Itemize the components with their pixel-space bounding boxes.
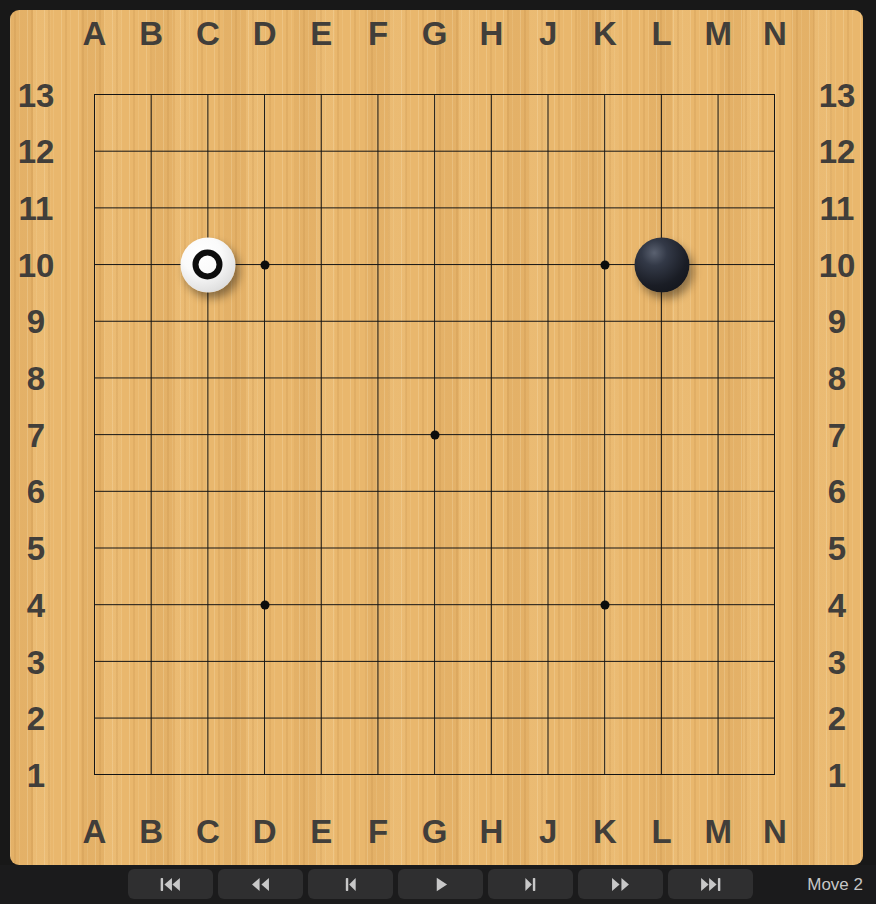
row-label-left-12: 12 [18, 135, 55, 168]
column-label-top-D: D [253, 17, 277, 50]
column-label-top-K: K [593, 17, 617, 50]
star-point-K10 [600, 260, 609, 269]
column-label-top-H: H [479, 17, 503, 50]
play-icon [429, 877, 452, 892]
go-board-app: Move 2 AABBCCDDEEFFGGHHJJKKLLMMNN1313121… [0, 0, 876, 904]
row-label-left-6: 6 [27, 475, 45, 508]
step-backward-icon [339, 877, 362, 892]
row-label-right-4: 4 [828, 588, 846, 621]
row-label-right-2: 2 [828, 702, 846, 735]
row-label-right-6: 6 [828, 475, 846, 508]
row-label-right-9: 9 [828, 305, 846, 338]
row-label-right-1: 1 [828, 758, 846, 791]
column-label-top-F: F [368, 17, 388, 50]
go-to-start-button[interactable] [128, 869, 213, 899]
row-label-right-13: 13 [819, 78, 856, 111]
black-stone-L10[interactable] [634, 237, 689, 292]
column-label-top-N: N [763, 17, 787, 50]
column-label-bottom-L: L [651, 815, 671, 848]
column-label-bottom-D: D [253, 815, 277, 848]
column-label-top-A: A [83, 17, 107, 50]
column-label-top-G: G [422, 17, 448, 50]
row-label-left-4: 4 [27, 588, 45, 621]
row-label-left-13: 13 [18, 78, 55, 111]
star-point-D4 [260, 600, 269, 609]
row-label-left-5: 5 [27, 532, 45, 565]
column-label-top-B: B [139, 17, 163, 50]
go-to-end-button[interactable] [668, 869, 753, 899]
column-label-top-E: E [310, 17, 332, 50]
column-label-bottom-G: G [422, 815, 448, 848]
column-label-bottom-F: F [368, 815, 388, 848]
column-label-bottom-K: K [593, 815, 617, 848]
star-point-G7 [430, 430, 439, 439]
row-label-left-9: 9 [27, 305, 45, 338]
skip-backward-icon [159, 877, 182, 892]
rewind-icon [249, 877, 272, 892]
move-counter: Move 2 [807, 865, 863, 904]
column-label-bottom-H: H [479, 815, 503, 848]
row-label-left-7: 7 [27, 418, 45, 451]
fast-forward-icon [609, 877, 632, 892]
row-label-right-11: 11 [820, 191, 855, 224]
star-point-D10 [260, 260, 269, 269]
row-label-left-1: 1 [27, 758, 45, 791]
column-label-bottom-E: E [310, 815, 332, 848]
skip-forward-icon [699, 877, 722, 892]
column-label-top-J: J [539, 17, 557, 50]
row-label-right-5: 5 [828, 532, 846, 565]
column-label-top-M: M [704, 17, 732, 50]
column-label-bottom-C: C [196, 815, 220, 848]
column-label-bottom-B: B [139, 815, 163, 848]
row-label-right-12: 12 [819, 135, 856, 168]
row-label-left-11: 11 [19, 191, 54, 224]
column-label-bottom-M: M [704, 815, 732, 848]
row-label-right-8: 8 [828, 362, 846, 395]
column-label-bottom-A: A [83, 815, 107, 848]
white-stone-C10[interactable] [180, 237, 235, 292]
row-label-right-10: 10 [819, 248, 856, 281]
row-label-right-7: 7 [828, 418, 846, 451]
row-label-left-8: 8 [27, 362, 45, 395]
row-label-left-3: 3 [27, 645, 45, 678]
step-backward-button[interactable] [308, 869, 393, 899]
navigation-toolbar: Move 2 [0, 865, 876, 904]
column-label-top-L: L [651, 17, 671, 50]
last-move-marker [193, 250, 223, 280]
fast-forward-button[interactable] [578, 869, 663, 899]
star-point-K4 [600, 600, 609, 609]
step-forward-button[interactable] [488, 869, 573, 899]
fast-backward-button[interactable] [218, 869, 303, 899]
play-button[interactable] [398, 869, 483, 899]
step-forward-icon [519, 877, 542, 892]
column-label-bottom-J: J [539, 815, 557, 848]
column-label-top-C: C [196, 17, 220, 50]
row-label-left-2: 2 [27, 702, 45, 735]
column-label-bottom-N: N [763, 815, 787, 848]
row-label-right-3: 3 [828, 645, 846, 678]
row-label-left-10: 10 [18, 248, 55, 281]
